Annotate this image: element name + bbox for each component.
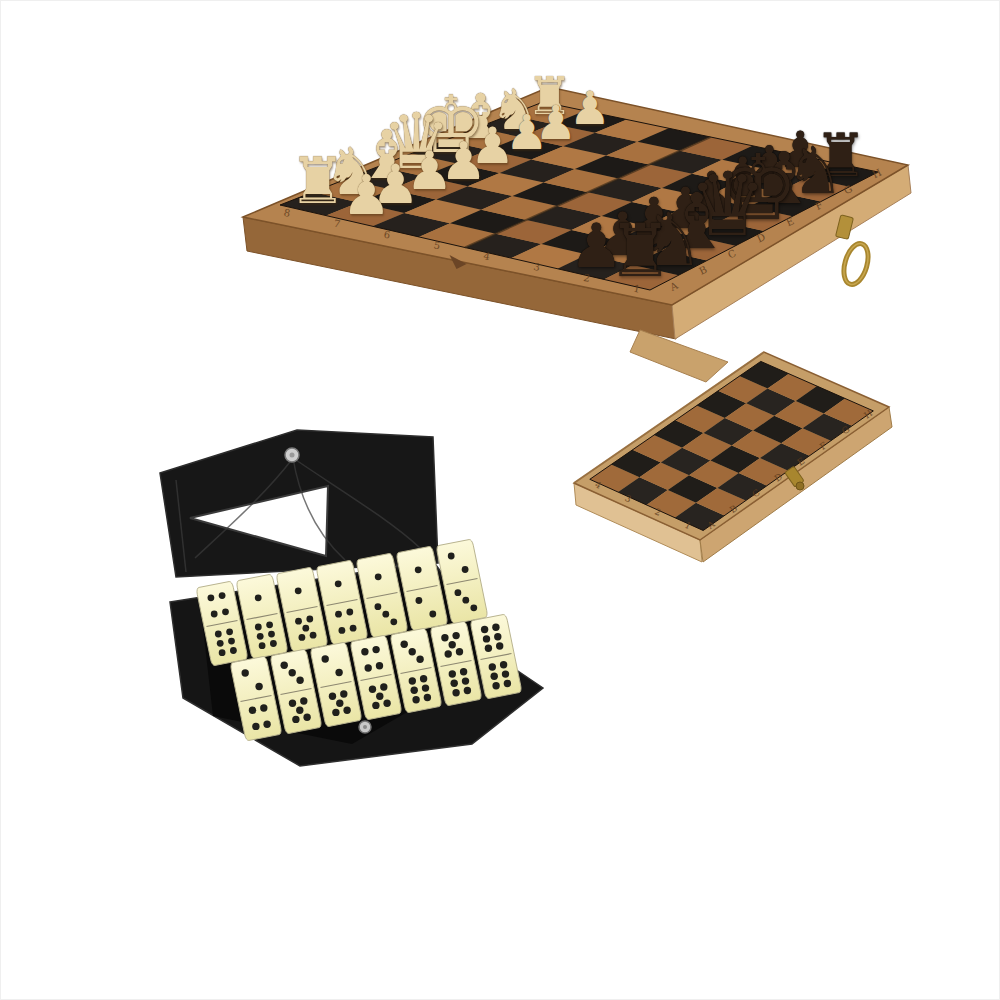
domino-pip xyxy=(350,625,357,632)
domino-pip xyxy=(455,589,462,596)
domino-pip xyxy=(281,662,288,669)
domino-pip xyxy=(260,704,267,711)
domino-pip xyxy=(411,687,418,694)
domino-pip xyxy=(489,663,496,670)
domino-pip xyxy=(424,694,431,701)
domino-pip xyxy=(296,677,303,684)
domino-pip xyxy=(299,634,306,641)
domino-pip xyxy=(441,634,448,641)
domino-pip xyxy=(401,641,408,648)
domino-pip xyxy=(383,700,390,707)
domino-pip xyxy=(219,592,226,599)
domino-pip xyxy=(208,594,215,601)
domino-pip xyxy=(452,632,459,639)
domino-pip xyxy=(504,680,511,687)
domino-pip xyxy=(289,669,296,676)
domino-pip xyxy=(365,664,372,671)
domino-pip xyxy=(302,625,309,632)
domino-pip xyxy=(448,553,455,560)
domino-pip xyxy=(390,618,397,625)
domino-pip xyxy=(449,641,456,648)
domino-pip xyxy=(268,631,275,638)
domino-pip xyxy=(257,633,264,640)
domino-pip xyxy=(300,697,307,704)
product-photo: 87654321ABCDEFGH ABCDEFGH4321 ♜♞♝♛♚♝♞♜♟♟… xyxy=(0,0,1000,1000)
domino-pip xyxy=(375,603,382,610)
domino-pip xyxy=(296,707,303,714)
domino-pip xyxy=(346,609,353,616)
domino-pip xyxy=(226,628,233,635)
domino-pip xyxy=(219,649,226,656)
domino-pip xyxy=(249,707,256,714)
domino-pip xyxy=(335,611,342,618)
domino-pip xyxy=(449,670,456,677)
domino-pip xyxy=(494,633,501,640)
domino-pip xyxy=(292,716,299,723)
domino-pip xyxy=(481,626,488,633)
domino-pip xyxy=(335,580,342,587)
domino-pip xyxy=(451,680,458,687)
domino-pip xyxy=(500,661,507,668)
domino-pip xyxy=(361,648,368,655)
domino-pip xyxy=(452,689,459,696)
domino-pip xyxy=(339,627,346,634)
domino-pip xyxy=(429,611,436,618)
domino-pip xyxy=(380,683,387,690)
domino-pip xyxy=(491,673,498,680)
domino-pip xyxy=(242,669,249,676)
domino-pip xyxy=(462,566,469,573)
domino-pip xyxy=(409,677,416,684)
domino-pip xyxy=(376,693,383,700)
scene-graphic: 87654321ABCDEFGH ABCDEFGH4321 xyxy=(0,0,1000,1000)
domino-pip xyxy=(415,566,422,573)
domino-pip xyxy=(483,635,490,642)
domino-pip xyxy=(462,597,469,604)
domino-pip xyxy=(340,690,347,697)
domino-pip xyxy=(343,707,350,714)
domino-pip xyxy=(263,721,270,728)
domino-pip xyxy=(259,642,266,649)
domino-pip xyxy=(217,640,224,647)
domino-pip xyxy=(322,655,329,662)
domino-pip xyxy=(492,682,499,689)
domino-pip xyxy=(252,723,259,730)
domino-pip xyxy=(412,696,419,703)
domino-pip xyxy=(445,650,452,657)
domino-pip xyxy=(230,647,237,654)
domino-pip xyxy=(462,677,469,684)
lid-snap-button xyxy=(285,448,299,462)
domino-pip xyxy=(376,662,383,669)
domino-pip xyxy=(372,702,379,709)
domino-pip xyxy=(215,631,222,638)
domino-pip xyxy=(266,621,273,628)
domino-pip xyxy=(416,597,423,604)
closed-chess-board: ABCDEFGH4321 xyxy=(574,352,892,562)
domino-pip xyxy=(289,700,296,707)
domino-pip xyxy=(492,624,499,631)
domino-pip xyxy=(228,638,235,645)
domino-pip xyxy=(496,642,503,649)
domino-pip xyxy=(409,648,416,655)
domino-pip xyxy=(372,646,379,653)
domino-pip xyxy=(335,669,342,676)
domino-pip xyxy=(369,686,376,693)
flap-snap-button xyxy=(359,721,371,733)
domino-pip xyxy=(382,611,389,618)
domino-pip xyxy=(456,648,463,655)
open-chess-board: 87654321ABCDEFGH xyxy=(243,87,911,382)
domino-pip xyxy=(295,618,302,625)
domino-pip xyxy=(420,675,427,682)
domino-pip xyxy=(211,611,218,618)
domino-pip xyxy=(306,616,313,623)
domino-pip xyxy=(222,608,229,615)
domino-pip xyxy=(255,594,262,601)
domino-pip xyxy=(255,683,262,690)
domino-pip xyxy=(502,670,509,677)
open-board-base-edge xyxy=(630,330,728,382)
domino-pip xyxy=(470,604,477,611)
domino-pip xyxy=(303,714,310,721)
domino-pip xyxy=(332,709,339,716)
domino-pip xyxy=(255,624,262,631)
domino-pip xyxy=(336,700,343,707)
domino-pip xyxy=(464,687,471,694)
domino-case xyxy=(160,430,543,766)
domino-pip xyxy=(422,684,429,691)
domino-pip xyxy=(295,587,302,594)
domino-pip xyxy=(485,645,492,652)
domino-pip xyxy=(416,656,423,663)
domino-pip xyxy=(329,693,336,700)
domino-pip xyxy=(375,573,382,580)
domino-pip xyxy=(310,632,317,639)
domino-pip xyxy=(270,640,277,647)
domino-pip xyxy=(460,668,467,675)
